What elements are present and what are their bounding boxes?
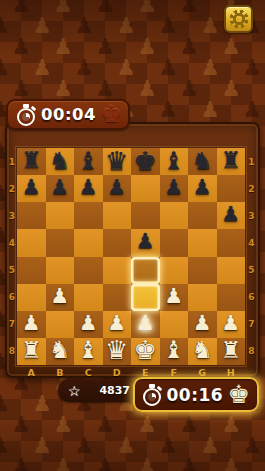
rank-label-4: 4	[9, 238, 15, 248]
background-pawn-silhouette: ♟	[72, 15, 96, 37]
background-pawn-silhouette: ♟	[114, 57, 138, 79]
background-pawn-silhouette: ♟	[261, 372, 265, 394]
rank-label-5: 5	[9, 265, 15, 275]
background-pawn-silhouette: ♟	[261, 456, 265, 471]
black-pawn[interactable]: ♟	[221, 204, 240, 225]
rank-labels-left: 12345678	[7, 148, 17, 365]
square-a3[interactable]	[17, 284, 46, 311]
background-pawn-silhouette: ♟	[72, 435, 96, 457]
gear-icon	[229, 9, 249, 29]
background-pawn-silhouette: ♟	[30, 15, 54, 37]
square-e7[interactable]	[131, 175, 160, 202]
background-pawn-silhouette: ♟	[51, 36, 75, 58]
black-pawn[interactable]: ♟	[193, 177, 212, 198]
rank-label-1: 1	[248, 157, 254, 167]
background-pawn-silhouette: ♟	[51, 414, 75, 436]
square-h7[interactable]	[217, 175, 246, 202]
background-pawn-silhouette: ♟	[219, 78, 243, 100]
rank-label-8: 8	[9, 346, 15, 356]
square-a1[interactable]: ♜	[17, 338, 46, 365]
background-pawn-silhouette: ♟	[219, 414, 243, 436]
background-pawn-silhouette: ♟	[261, 288, 265, 310]
black-pawn[interactable]: ♟	[50, 177, 69, 198]
square-b3[interactable]: ♟	[46, 284, 75, 311]
black-king-icon: ♚	[101, 103, 122, 126]
square-d1[interactable]: ♛	[103, 338, 132, 365]
black-pawn[interactable]: ♟	[136, 231, 155, 252]
board-grid: ♜♞♝♛♚♝♞♜♟♟♟♟♟♟♟♟♟♟♟♟♟♟♟♟♜♞♝♛♚♝♞♜	[17, 148, 245, 365]
black-knight[interactable]: ♞	[49, 149, 71, 173]
square-h4[interactable]	[217, 257, 246, 284]
background-pawn-silhouette: ♟	[51, 78, 75, 100]
background-pawn-silhouette: ♟	[135, 0, 159, 16]
white-pawn[interactable]: ♟	[164, 286, 183, 307]
background-pawn-silhouette: ♟	[261, 78, 265, 100]
square-h8[interactable]: ♜	[217, 148, 246, 175]
black-bishop[interactable]: ♝	[77, 149, 99, 173]
rank-labels-right: 12345678	[245, 148, 258, 365]
square-h1[interactable]: ♜	[217, 338, 246, 365]
square-a6[interactable]	[17, 202, 46, 229]
background-pawn-silhouette: ♟	[261, 120, 265, 142]
background-pawn-silhouette: ♟	[0, 15, 12, 37]
background-pawn-silhouette: ♟	[51, 0, 75, 16]
white-bishop[interactable]: ♝	[77, 338, 99, 362]
rank-label-3: 3	[9, 211, 15, 221]
background-pawn-silhouette: ♟	[261, 246, 265, 268]
background-pawn-silhouette: ♟	[198, 99, 222, 121]
stopwatch-icon	[16, 104, 36, 126]
black-bishop[interactable]: ♝	[163, 149, 185, 173]
background-pawn-silhouette: ♟	[156, 15, 180, 37]
background-pawn-silhouette: ♟	[0, 393, 12, 415]
black-pawn[interactable]: ♟	[107, 177, 126, 198]
background-pawn-silhouette: ♟	[177, 414, 201, 436]
white-rook[interactable]: ♜	[21, 339, 42, 362]
score-value: 4837	[89, 384, 130, 397]
square-c8[interactable]: ♝	[74, 148, 103, 175]
background-pawn-silhouette: ♟	[93, 456, 117, 471]
white-pawn[interactable]: ♟	[221, 313, 240, 334]
square-a4[interactable]	[17, 257, 46, 284]
background-pawn-silhouette: ♟	[135, 414, 159, 436]
square-f3[interactable]: ♟	[160, 284, 189, 311]
app-screen: ♟♟♟♟♟♟♟♟♟♟♟♟♟♟♟♟♟♟♟♟♟♟♟♟♟♟♟♟♟♟♟♟♟♟♟♟♟♟♟♟…	[0, 0, 265, 471]
background-pawn-silhouette: ♟	[30, 435, 54, 457]
square-a8[interactable]: ♜	[17, 148, 46, 175]
square-f1[interactable]: ♝	[160, 338, 189, 365]
square-c3[interactable]	[74, 284, 103, 311]
background-pawn-silhouette: ♟	[219, 456, 243, 471]
square-f7[interactable]: ♟	[160, 175, 189, 202]
square-b1[interactable]: ♞	[46, 338, 75, 365]
score-tab: ☆ 4837	[58, 379, 140, 402]
white-pawn[interactable]: ♟	[193, 313, 212, 334]
background-pawn-silhouette: ♟	[93, 0, 117, 16]
background-pawn-silhouette: ♟	[261, 162, 265, 184]
square-c1[interactable]: ♝	[74, 338, 103, 365]
rank-label-4: 4	[248, 238, 254, 248]
white-rook[interactable]: ♜	[220, 339, 241, 362]
background-pawn-silhouette: ♟	[72, 57, 96, 79]
square-g4[interactable]	[188, 257, 217, 284]
black-pawn[interactable]: ♟	[22, 177, 41, 198]
rank-label-2: 2	[248, 184, 254, 194]
player-timer-panel: 00:16 ♚	[133, 377, 259, 412]
square-h3[interactable]	[217, 284, 246, 311]
background-pawn-silhouette: ♟	[135, 78, 159, 100]
background-pawn-silhouette: ♟	[114, 435, 138, 457]
background-pawn-silhouette: ♟	[240, 99, 264, 121]
square-g6[interactable]	[188, 202, 217, 229]
white-pawn[interactable]: ♟	[22, 313, 41, 334]
white-pawn[interactable]: ♟	[79, 313, 98, 334]
rank-label-6: 6	[248, 292, 254, 302]
background-pawn-silhouette: ♟	[177, 0, 201, 16]
square-d7[interactable]: ♟	[103, 175, 132, 202]
background-pawn-silhouette: ♟	[261, 414, 265, 436]
square-h5[interactable]	[217, 229, 246, 256]
rank-label-7: 7	[248, 319, 254, 329]
stopwatch-icon	[142, 384, 162, 406]
square-h6[interactable]: ♟	[217, 202, 246, 229]
square-c2[interactable]: ♟	[74, 311, 103, 338]
white-knight[interactable]: ♞	[191, 338, 213, 362]
white-knight[interactable]: ♞	[49, 338, 71, 362]
background-pawn-silhouette: ♟	[240, 57, 264, 79]
black-rook[interactable]: ♜	[220, 149, 241, 172]
background-pawn-silhouette: ♟	[93, 36, 117, 58]
background-pawn-silhouette: ♟	[0, 57, 12, 79]
square-d4[interactable]	[103, 257, 132, 284]
square-d5[interactable]	[103, 229, 132, 256]
settings-button[interactable]	[224, 5, 253, 33]
file-label-g: G	[198, 367, 206, 378]
background-pawn-silhouette: ♟	[156, 435, 180, 457]
rank-label-3: 3	[248, 211, 254, 221]
background-pawn-silhouette: ♟	[30, 393, 54, 415]
square-e2[interactable]: ♟	[131, 311, 160, 338]
square-e5[interactable]: ♟	[131, 229, 160, 256]
square-c6[interactable]	[74, 202, 103, 229]
square-a2[interactable]: ♟	[17, 311, 46, 338]
square-b5[interactable]	[46, 229, 75, 256]
square-d2[interactable]: ♟	[103, 311, 132, 338]
black-pawn[interactable]: ♟	[164, 177, 183, 198]
background-pawn-silhouette: ♟	[9, 36, 33, 58]
square-e1[interactable]: ♚	[131, 338, 160, 365]
square-f8[interactable]: ♝	[160, 148, 189, 175]
background-pawn-silhouette: ♟	[156, 99, 180, 121]
background-pawn-silhouette: ♟	[240, 435, 264, 457]
opponent-time: 00:04	[41, 105, 96, 124]
black-pawn[interactable]: ♟	[79, 177, 98, 198]
background-pawn-silhouette: ♟	[51, 456, 75, 471]
square-f4[interactable]	[160, 257, 189, 284]
background-pawn-silhouette: ♟	[0, 435, 12, 457]
rank-label-6: 6	[9, 292, 15, 302]
rank-label-7: 7	[9, 319, 15, 329]
rank-label-8: 8	[248, 346, 254, 356]
square-c7[interactable]: ♟	[74, 175, 103, 202]
file-label-e: E	[142, 367, 149, 378]
white-bishop[interactable]: ♝	[163, 338, 185, 362]
square-e3[interactable]	[131, 284, 160, 311]
background-pawn-silhouette: ♟	[9, 78, 33, 100]
square-b4[interactable]	[46, 257, 75, 284]
square-h2[interactable]: ♟	[217, 311, 246, 338]
square-b2[interactable]	[46, 311, 75, 338]
black-knight[interactable]: ♞	[191, 149, 213, 173]
background-pawn-silhouette: ♟	[219, 36, 243, 58]
white-king-icon: ♚	[228, 382, 250, 407]
background-pawn-silhouette: ♟	[261, 330, 265, 352]
square-b7[interactable]: ♟	[46, 175, 75, 202]
square-b6[interactable]	[46, 202, 75, 229]
background-pawn-silhouette: ♟	[198, 15, 222, 37]
square-a7[interactable]: ♟	[17, 175, 46, 202]
white-pawn[interactable]: ♟	[50, 286, 69, 307]
file-label-a: A	[28, 367, 35, 378]
rank-label-1: 1	[9, 157, 15, 167]
square-f2[interactable]	[160, 311, 189, 338]
star-icon: ☆	[68, 384, 81, 398]
square-e8[interactable]: ♚	[131, 148, 160, 175]
square-g2[interactable]: ♟	[188, 311, 217, 338]
background-pawn-silhouette: ♟	[198, 57, 222, 79]
square-e6[interactable]	[131, 202, 160, 229]
square-g1[interactable]: ♞	[188, 338, 217, 365]
rank-label-2: 2	[9, 184, 15, 194]
background-pawn-silhouette: ♟	[198, 435, 222, 457]
square-d8[interactable]: ♛	[103, 148, 132, 175]
square-g7[interactable]: ♟	[188, 175, 217, 202]
file-label-h: H	[227, 367, 235, 378]
background-pawn-silhouette: ♟	[9, 414, 33, 436]
background-pawn-silhouette: ♟	[9, 456, 33, 471]
square-f6[interactable]	[160, 202, 189, 229]
white-pawn[interactable]: ♟	[107, 313, 126, 334]
file-label-b: B	[56, 367, 63, 378]
square-d6[interactable]	[103, 202, 132, 229]
square-a5[interactable]	[17, 229, 46, 256]
black-rook[interactable]: ♜	[21, 149, 42, 172]
background-pawn-silhouette: ♟	[30, 57, 54, 79]
background-pawn-silhouette: ♟	[177, 456, 201, 471]
file-label-f: F	[171, 367, 178, 378]
square-c4[interactable]	[74, 257, 103, 284]
white-queen[interactable]: ♛	[105, 337, 128, 363]
square-c5[interactable]	[74, 229, 103, 256]
black-queen[interactable]: ♛	[105, 148, 128, 174]
background-pawn-silhouette: ♟	[93, 78, 117, 100]
square-b8[interactable]: ♞	[46, 148, 75, 175]
background-pawn-silhouette: ♟	[261, 0, 265, 16]
square-g5[interactable]	[188, 229, 217, 256]
background-pawn-silhouette: ♟	[135, 456, 159, 471]
background-pawn-silhouette: ♟	[261, 36, 265, 58]
background-pawn-silhouette: ♟	[9, 0, 33, 16]
white-pawn[interactable]: ♟	[136, 313, 155, 334]
white-king[interactable]: ♚	[134, 337, 157, 363]
background-pawn-silhouette: ♟	[261, 204, 265, 226]
file-label-c: C	[85, 367, 92, 378]
square-f5[interactable]	[160, 229, 189, 256]
player-time: 00:16	[166, 385, 224, 405]
opponent-timer-panel: 00:04 ♚	[6, 99, 130, 130]
square-g3[interactable]	[188, 284, 217, 311]
rank-label-5: 5	[248, 265, 254, 275]
square-d3[interactable]	[103, 284, 132, 311]
background-pawn-silhouette: ♟	[156, 57, 180, 79]
file-label-d: D	[113, 367, 121, 378]
square-e4[interactable]	[131, 257, 160, 284]
background-pawn-silhouette: ♟	[93, 414, 117, 436]
background-pawn-silhouette: ♟	[177, 78, 201, 100]
background-pawn-silhouette: ♟	[114, 15, 138, 37]
black-king[interactable]: ♚	[134, 148, 157, 174]
background-pawn-silhouette: ♟	[135, 36, 159, 58]
background-pawn-silhouette: ♟	[177, 36, 201, 58]
chess-board: 12345678 12345678 ABCDEFGH ♜♞♝♛♚♝♞♜♟♟♟♟♟…	[5, 122, 260, 378]
square-g8[interactable]: ♞	[188, 148, 217, 175]
